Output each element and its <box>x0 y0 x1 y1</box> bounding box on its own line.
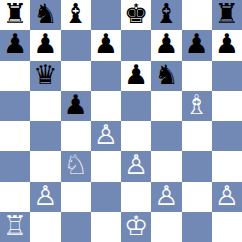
piece-white-queen[interactable]: ♕ <box>94 212 118 241</box>
square-h2[interactable]: ♙ <box>212 182 242 212</box>
square-g8[interactable] <box>182 0 212 30</box>
square-c6[interactable] <box>61 61 91 91</box>
square-b6[interactable]: ♛ <box>30 61 60 91</box>
piece-white-rook[interactable]: ♖ <box>3 212 27 241</box>
square-f1[interactable]: ♗ <box>151 212 181 242</box>
square-a6[interactable] <box>0 61 30 91</box>
piece-black-queen[interactable]: ♛ <box>33 61 57 90</box>
square-c1[interactable] <box>61 212 91 242</box>
square-e4[interactable] <box>121 121 151 151</box>
square-f5[interactable] <box>151 91 181 121</box>
square-b8[interactable]: ♞ <box>30 0 60 30</box>
square-d7[interactable]: ♟ <box>91 30 121 60</box>
square-a7[interactable]: ♟ <box>0 30 30 60</box>
square-h6[interactable] <box>212 61 242 91</box>
square-e6[interactable]: ♟ <box>121 61 151 91</box>
square-f6[interactable]: ♞ <box>151 61 181 91</box>
square-g3[interactable] <box>182 151 212 181</box>
piece-black-pawn[interactable]: ♟ <box>3 30 27 59</box>
piece-white-bishop[interactable]: ♗ <box>154 212 178 241</box>
square-c2[interactable]: ♙ <box>61 182 91 212</box>
square-h1[interactable]: ♖ <box>212 212 242 242</box>
piece-black-pawn[interactable]: ♟ <box>154 30 178 59</box>
square-e8[interactable]: ♚ <box>121 0 151 30</box>
piece-white-knight[interactable]: ♘ <box>154 151 178 180</box>
piece-black-king[interactable]: ♚ <box>124 0 148 29</box>
square-d8[interactable] <box>91 0 121 30</box>
piece-white-pawn[interactable]: ♙ <box>185 182 209 211</box>
piece-black-pawn[interactable]: ♟ <box>64 91 88 120</box>
piece-black-pawn[interactable]: ♟ <box>185 30 209 59</box>
square-c4[interactable] <box>61 121 91 151</box>
piece-black-rook[interactable]: ♜ <box>3 0 27 29</box>
piece-black-bishop[interactable]: ♝ <box>64 0 88 29</box>
square-f2[interactable]: ♙ <box>151 182 181 212</box>
piece-white-pawn[interactable]: ♙ <box>215 182 239 211</box>
piece-black-rook[interactable]: ♜ <box>215 0 239 29</box>
piece-black-pawn[interactable]: ♟ <box>94 30 118 59</box>
square-d3[interactable] <box>91 151 121 181</box>
square-b7[interactable]: ♟ <box>30 30 60 60</box>
square-c7[interactable] <box>61 30 91 60</box>
square-g5[interactable]: ♗ <box>182 91 212 121</box>
piece-white-pawn[interactable]: ♙ <box>3 182 27 211</box>
square-h8[interactable]: ♜ <box>212 0 242 30</box>
piece-white-rook[interactable]: ♖ <box>215 212 239 241</box>
square-h3[interactable] <box>212 151 242 181</box>
square-g7[interactable]: ♟ <box>182 30 212 60</box>
square-c3[interactable]: ♘ <box>61 151 91 181</box>
square-f8[interactable]: ♝ <box>151 0 181 30</box>
square-h4[interactable] <box>212 121 242 151</box>
square-g2[interactable]: ♙ <box>182 182 212 212</box>
square-e1[interactable]: ♔ <box>121 212 151 242</box>
piece-black-knight[interactable]: ♞ <box>154 61 178 90</box>
square-b5[interactable] <box>30 91 60 121</box>
square-f3[interactable]: ♘ <box>151 151 181 181</box>
square-d6[interactable] <box>91 61 121 91</box>
square-g6[interactable] <box>182 61 212 91</box>
square-d4[interactable]: ♙ <box>91 121 121 151</box>
square-a3[interactable] <box>0 151 30 181</box>
square-a4[interactable] <box>0 121 30 151</box>
square-c5[interactable]: ♟ <box>61 91 91 121</box>
square-a5[interactable] <box>0 91 30 121</box>
square-b4[interactable] <box>30 121 60 151</box>
square-b1[interactable] <box>30 212 60 242</box>
piece-black-knight[interactable]: ♞ <box>33 0 57 29</box>
square-e5[interactable] <box>121 91 151 121</box>
piece-black-pawn[interactable]: ♟ <box>124 61 148 90</box>
square-b2[interactable]: ♙ <box>30 182 60 212</box>
square-a8[interactable]: ♜ <box>0 0 30 30</box>
piece-white-bishop[interactable]: ♗ <box>185 91 209 120</box>
chess-board: ♜♞♝♚♝♜♟♟♟♟♟♟♛♟♞♟♗♙♘♙♘♙♙♙♙♙♙♖♕♔♗♖ <box>0 0 242 242</box>
square-e7[interactable] <box>121 30 151 60</box>
square-g1[interactable] <box>182 212 212 242</box>
piece-white-pawn[interactable]: ♙ <box>124 151 148 180</box>
square-g4[interactable] <box>182 121 212 151</box>
square-h7[interactable]: ♟ <box>212 30 242 60</box>
square-e2[interactable] <box>121 182 151 212</box>
square-d2[interactable] <box>91 182 121 212</box>
piece-white-king[interactable]: ♔ <box>124 212 148 241</box>
square-f7[interactable]: ♟ <box>151 30 181 60</box>
square-c8[interactable]: ♝ <box>61 0 91 30</box>
piece-white-pawn[interactable]: ♙ <box>94 121 118 150</box>
square-d5[interactable] <box>91 91 121 121</box>
piece-black-pawn[interactable]: ♟ <box>215 30 239 59</box>
piece-white-pawn[interactable]: ♙ <box>64 182 88 211</box>
square-a1[interactable]: ♖ <box>0 212 30 242</box>
square-b3[interactable] <box>30 151 60 181</box>
square-e3[interactable]: ♙ <box>121 151 151 181</box>
square-d1[interactable]: ♕ <box>91 212 121 242</box>
piece-white-knight[interactable]: ♘ <box>64 151 88 180</box>
piece-black-bishop[interactable]: ♝ <box>154 0 178 29</box>
square-f4[interactable] <box>151 121 181 151</box>
piece-black-pawn[interactable]: ♟ <box>33 30 57 59</box>
square-a2[interactable]: ♙ <box>0 182 30 212</box>
square-h5[interactable] <box>212 91 242 121</box>
piece-white-pawn[interactable]: ♙ <box>154 182 178 211</box>
piece-white-pawn[interactable]: ♙ <box>33 182 57 211</box>
